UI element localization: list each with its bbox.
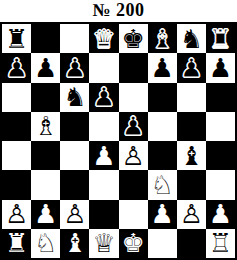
piece-white-bishop: ♗ xyxy=(34,113,57,139)
square-g7[interactable]: ♟ xyxy=(177,53,206,82)
piece-black-queen: ♛ xyxy=(92,26,115,52)
piece-white-bishop: ♝ xyxy=(63,230,86,256)
square-c7[interactable]: ♟ xyxy=(60,53,89,82)
piece-white-knight: ♘ xyxy=(151,172,174,198)
piece-black-knight: ♞ xyxy=(63,84,86,110)
piece-black-pawn: ♟ xyxy=(209,55,232,81)
piece-white-rook: ♜ xyxy=(5,230,28,256)
square-b1[interactable]: ♘ xyxy=(31,229,60,258)
square-b6[interactable] xyxy=(31,83,60,112)
square-h7[interactable]: ♟ xyxy=(206,53,235,82)
piece-white-pawn: ♟ xyxy=(209,201,232,227)
piece-black-rook: ♜ xyxy=(5,26,28,52)
square-d8[interactable]: ♛ xyxy=(89,24,118,53)
piece-white-pawn: ♙ xyxy=(121,143,144,169)
square-f5[interactable] xyxy=(148,112,177,141)
square-e2[interactable] xyxy=(119,200,148,229)
square-f7[interactable]: ♟ xyxy=(148,53,177,82)
square-h1[interactable]: ♖ xyxy=(206,229,235,258)
piece-black-pawn: ♟ xyxy=(34,55,57,81)
piece-black-pawn: ♟ xyxy=(121,113,144,139)
square-f3[interactable]: ♘ xyxy=(148,170,177,199)
square-a2[interactable]: ♙ xyxy=(2,200,31,229)
square-f2[interactable]: ♟ xyxy=(148,200,177,229)
square-g3[interactable] xyxy=(177,170,206,199)
piece-black-pawn: ♟ xyxy=(5,55,28,81)
square-g4[interactable]: ♝ xyxy=(177,141,206,170)
square-a8[interactable]: ♜ xyxy=(2,24,31,53)
square-d2[interactable] xyxy=(89,200,118,229)
piece-black-pawn: ♟ xyxy=(92,84,115,110)
square-e5[interactable]: ♟ xyxy=(119,112,148,141)
square-e7[interactable] xyxy=(119,53,148,82)
square-c3[interactable] xyxy=(60,170,89,199)
square-f6[interactable] xyxy=(148,83,177,112)
square-d6[interactable]: ♟ xyxy=(89,83,118,112)
square-g2[interactable]: ♙ xyxy=(177,200,206,229)
piece-white-pawn: ♟ xyxy=(92,143,115,169)
square-c2[interactable]: ♙ xyxy=(60,200,89,229)
square-c4[interactable] xyxy=(60,141,89,170)
piece-black-pawn: ♟ xyxy=(180,55,203,81)
square-b8[interactable] xyxy=(31,24,60,53)
chess-board: ♜♛♚♝♞♜♟♟♟♟♟♟♞♟♗♟♟♙♝♘♙♟♙♟♙♟♜♘♝♕♚♖ xyxy=(0,22,237,260)
piece-white-pawn: ♙ xyxy=(63,201,86,227)
square-f4[interactable] xyxy=(148,141,177,170)
square-e1[interactable]: ♚ xyxy=(119,229,148,258)
piece-black-knight: ♞ xyxy=(180,26,203,52)
square-g1[interactable] xyxy=(177,229,206,258)
piece-black-pawn: ♟ xyxy=(63,55,86,81)
square-b5[interactable]: ♗ xyxy=(31,112,60,141)
square-b7[interactable]: ♟ xyxy=(31,53,60,82)
square-d3[interactable] xyxy=(89,170,118,199)
square-b2[interactable]: ♟ xyxy=(31,200,60,229)
piece-black-rook: ♜ xyxy=(209,26,232,52)
square-h3[interactable] xyxy=(206,170,235,199)
piece-white-knight: ♘ xyxy=(34,230,57,256)
square-h2[interactable]: ♟ xyxy=(206,200,235,229)
piece-black-bishop: ♝ xyxy=(180,143,203,169)
square-e8[interactable]: ♚ xyxy=(119,24,148,53)
piece-white-pawn: ♟ xyxy=(151,201,174,227)
square-d7[interactable] xyxy=(89,53,118,82)
puzzle-number: № 200 xyxy=(0,0,237,22)
piece-white-pawn: ♙ xyxy=(180,201,203,227)
piece-black-king: ♚ xyxy=(121,26,144,52)
square-c1[interactable]: ♝ xyxy=(60,229,89,258)
square-e3[interactable] xyxy=(119,170,148,199)
square-b3[interactable] xyxy=(31,170,60,199)
square-g8[interactable]: ♞ xyxy=(177,24,206,53)
chess-puzzle-diagram: № 200 ♜♛♚♝♞♜♟♟♟♟♟♟♞♟♗♟♟♙♝♘♙♟♙♟♙♟♜♘♝♕♚♖ xyxy=(0,0,237,260)
square-f8[interactable]: ♝ xyxy=(148,24,177,53)
square-a3[interactable] xyxy=(2,170,31,199)
square-d1[interactable]: ♕ xyxy=(89,229,118,258)
piece-white-rook: ♖ xyxy=(209,230,232,256)
square-h5[interactable] xyxy=(206,112,235,141)
square-d5[interactable] xyxy=(89,112,118,141)
square-e6[interactable] xyxy=(119,83,148,112)
square-c6[interactable]: ♞ xyxy=(60,83,89,112)
square-c8[interactable] xyxy=(60,24,89,53)
square-b4[interactable] xyxy=(31,141,60,170)
square-a6[interactable] xyxy=(2,83,31,112)
square-a5[interactable] xyxy=(2,112,31,141)
square-h6[interactable] xyxy=(206,83,235,112)
square-a1[interactable]: ♜ xyxy=(2,229,31,258)
square-c5[interactable] xyxy=(60,112,89,141)
piece-white-pawn: ♙ xyxy=(5,201,28,227)
square-g6[interactable] xyxy=(177,83,206,112)
piece-white-pawn: ♟ xyxy=(34,201,57,227)
piece-white-king: ♚ xyxy=(121,230,144,256)
square-g5[interactable] xyxy=(177,112,206,141)
piece-black-pawn: ♟ xyxy=(151,55,174,81)
square-h8[interactable]: ♜ xyxy=(206,24,235,53)
square-d4[interactable]: ♟ xyxy=(89,141,118,170)
piece-white-queen: ♕ xyxy=(92,230,115,256)
square-a7[interactable]: ♟ xyxy=(2,53,31,82)
square-h4[interactable] xyxy=(206,141,235,170)
piece-black-bishop: ♝ xyxy=(151,26,174,52)
square-a4[interactable] xyxy=(2,141,31,170)
square-f1[interactable] xyxy=(148,229,177,258)
square-e4[interactable]: ♙ xyxy=(119,141,148,170)
